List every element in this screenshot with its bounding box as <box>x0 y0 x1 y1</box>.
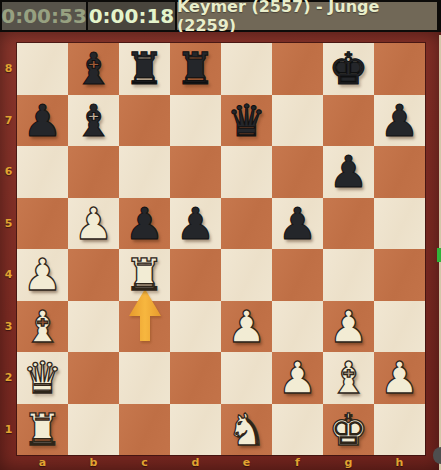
square-a6[interactable] <box>17 146 68 198</box>
rank-label-1: 1 <box>0 404 17 456</box>
square-h6[interactable] <box>374 146 425 198</box>
file-label-e: e <box>221 455 272 470</box>
black-bishop: ♝ <box>74 95 113 146</box>
square-g3[interactable]: ♟ <box>323 301 374 353</box>
square-a4[interactable]: ♟ <box>17 249 68 301</box>
square-c2[interactable] <box>119 352 170 404</box>
rank-label-7: 7 <box>0 95 17 147</box>
square-c4[interactable]: ♜ <box>119 249 170 301</box>
square-c7[interactable] <box>119 95 170 147</box>
square-g8[interactable]: ♚ <box>323 43 374 95</box>
square-c3[interactable] <box>119 301 170 353</box>
square-c1[interactable] <box>119 404 170 456</box>
square-a5[interactable] <box>17 198 68 250</box>
square-d8[interactable]: ♜ <box>170 43 221 95</box>
white-bishop: ♝ <box>329 352 368 403</box>
white-queen: ♛ <box>23 352 62 403</box>
rank-label-3: 3 <box>0 301 17 353</box>
black-queen: ♛ <box>227 95 266 146</box>
square-h7[interactable]: ♟ <box>374 95 425 147</box>
white-pawn: ♟ <box>278 352 317 403</box>
square-e2[interactable] <box>221 352 272 404</box>
square-d5[interactable]: ♟ <box>170 198 221 250</box>
square-b1[interactable] <box>68 404 119 456</box>
square-h5[interactable] <box>374 198 425 250</box>
square-e7[interactable]: ♛ <box>221 95 272 147</box>
square-e6[interactable] <box>221 146 272 198</box>
square-a2[interactable]: ♛ <box>17 352 68 404</box>
square-d7[interactable] <box>170 95 221 147</box>
square-g1[interactable]: ♚ <box>323 404 374 456</box>
square-g4[interactable] <box>323 249 374 301</box>
black-pawn: ♟ <box>125 198 164 249</box>
white-rook: ♜ <box>23 404 62 455</box>
black-rook: ♜ <box>125 43 164 94</box>
chess-board: 87654321 ♝♜♜♚♟♝♛♟♟♟♟♟♟♟♜♝ ♟♟♛♟♝♟♜♞♚ abcd… <box>0 32 441 470</box>
white-pawn: ♟ <box>74 198 113 249</box>
white-pawn: ♟ <box>227 301 266 352</box>
rank-label-8: 8 <box>0 43 17 95</box>
square-g6[interactable]: ♟ <box>323 146 374 198</box>
square-h2[interactable]: ♟ <box>374 352 425 404</box>
square-d2[interactable] <box>170 352 221 404</box>
square-d1[interactable] <box>170 404 221 456</box>
board-grid: ♝♜♜♚♟♝♛♟♟♟♟♟♟♟♜♝ ♟♟♛♟♝♟♜♞♚ <box>17 43 425 455</box>
square-e3[interactable]: ♟ <box>221 301 272 353</box>
file-label-h: h <box>374 455 425 470</box>
square-b3[interactable] <box>68 301 119 353</box>
square-h8[interactable] <box>374 43 425 95</box>
black-rook: ♜ <box>176 43 215 94</box>
square-a8[interactable] <box>17 43 68 95</box>
square-d3[interactable] <box>170 301 221 353</box>
square-e1[interactable]: ♞ <box>221 404 272 456</box>
file-labels: abcdefgh <box>17 455 425 470</box>
square-h1[interactable] <box>374 404 425 456</box>
square-c6[interactable] <box>119 146 170 198</box>
black-pawn: ♟ <box>278 198 317 249</box>
square-f4[interactable] <box>272 249 323 301</box>
square-d6[interactable] <box>170 146 221 198</box>
broadcast-header: 0:00:53 0:00:18 Keymer (2557) - Junge (2… <box>0 0 441 32</box>
square-b7[interactable]: ♝ <box>68 95 119 147</box>
square-f6[interactable] <box>272 146 323 198</box>
square-f3[interactable] <box>272 301 323 353</box>
white-knight: ♞ <box>227 404 266 455</box>
rank-label-6: 6 <box>0 146 17 198</box>
scroll-knob[interactable] <box>433 447 441 464</box>
square-c5[interactable]: ♟ <box>119 198 170 250</box>
square-b8[interactable]: ♝ <box>68 43 119 95</box>
square-a7[interactable]: ♟ <box>17 95 68 147</box>
square-h3[interactable] <box>374 301 425 353</box>
black-pawn: ♟ <box>23 95 62 146</box>
square-e4[interactable] <box>221 249 272 301</box>
square-f2[interactable]: ♟ <box>272 352 323 404</box>
square-b5[interactable]: ♟ <box>68 198 119 250</box>
white-bishop: ♝ <box>23 301 62 352</box>
file-label-b: b <box>68 455 119 470</box>
rank-labels: 87654321 <box>0 43 17 455</box>
square-b4[interactable] <box>68 249 119 301</box>
green-indicator <box>437 248 441 262</box>
square-e5[interactable] <box>221 198 272 250</box>
black-clock-active: 0:00:18 <box>88 2 175 30</box>
square-b6[interactable] <box>68 146 119 198</box>
white-pawn: ♟ <box>329 301 368 352</box>
rank-label-2: 2 <box>0 352 17 404</box>
square-f5[interactable]: ♟ <box>272 198 323 250</box>
black-pawn: ♟ <box>329 146 368 197</box>
square-g2[interactable]: ♝ <box>323 352 374 404</box>
square-h4[interactable] <box>374 249 425 301</box>
square-b2[interactable] <box>68 352 119 404</box>
black-pawn: ♟ <box>176 198 215 249</box>
square-g7[interactable] <box>323 95 374 147</box>
square-f7[interactable] <box>272 95 323 147</box>
white-king: ♚ <box>329 404 368 455</box>
square-f8[interactable] <box>272 43 323 95</box>
black-king: ♚ <box>329 43 368 94</box>
white-pawn: ♟ <box>380 352 419 403</box>
file-label-d: d <box>170 455 221 470</box>
square-a1[interactable]: ♜ <box>17 404 68 456</box>
file-label-c: c <box>119 455 170 470</box>
square-f1[interactable] <box>272 404 323 456</box>
black-bishop: ♝ <box>74 43 113 94</box>
white-clock: 0:00:53 <box>2 2 86 30</box>
white-rook: ♜ <box>125 249 164 300</box>
square-c8[interactable]: ♜ <box>119 43 170 95</box>
file-label-g: g <box>323 455 374 470</box>
square-e8[interactable] <box>221 43 272 95</box>
square-d4[interactable] <box>170 249 221 301</box>
file-label-f: f <box>272 455 323 470</box>
white-pawn: ♟ <box>23 249 62 300</box>
square-g5[interactable] <box>323 198 374 250</box>
square-a3[interactable]: ♝ <box>17 301 68 353</box>
file-label-a: a <box>17 455 68 470</box>
game-title: Keymer (2557) - Junge (2259) <box>177 2 437 30</box>
rank-label-5: 5 <box>0 198 17 250</box>
rank-label-4: 4 <box>0 249 17 301</box>
black-pawn: ♟ <box>380 95 419 146</box>
